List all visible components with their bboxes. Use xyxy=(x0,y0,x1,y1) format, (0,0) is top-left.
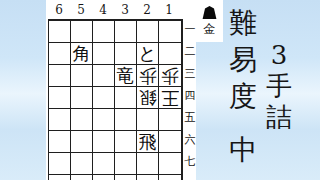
board-panel: 654321 角と竜歩歩銀王飛 一二三四五六七 xyxy=(46,0,196,180)
square-5-2: 角 xyxy=(71,43,93,65)
square-6-8 xyxy=(49,175,71,180)
square-6-3 xyxy=(49,65,71,87)
difficulty-text: 難易度中 xyxy=(227,4,259,168)
square-3-4 xyxy=(115,87,137,109)
shogi-board: 角と竜歩歩銀王飛 xyxy=(48,19,183,180)
rank-label: 五 xyxy=(184,107,196,129)
mate-label-char: 詰 xyxy=(266,102,292,133)
square-3-2 xyxy=(115,43,137,65)
sente-piece-3三: 竜 xyxy=(117,66,135,86)
square-4-6 xyxy=(93,131,115,153)
square-1-6 xyxy=(159,131,181,153)
square-3-5 xyxy=(115,109,137,131)
sente-piece-5二: 角 xyxy=(73,44,91,64)
rank-label: 三 xyxy=(184,63,196,85)
square-3-3: 竜 xyxy=(115,65,137,87)
square-5-8 xyxy=(71,175,93,180)
gote-piece-1四: 王 xyxy=(161,88,179,108)
square-1-7 xyxy=(159,153,181,175)
square-5-6 xyxy=(71,131,93,153)
black-shogi-piece-icon xyxy=(202,6,217,19)
mate-label-char: 手 xyxy=(266,71,292,102)
file-labels: 654321 xyxy=(48,2,180,18)
rank-label: 一 xyxy=(184,19,196,41)
square-1-4: 王 xyxy=(159,87,181,109)
square-1-3: 歩 xyxy=(159,65,181,87)
rank-labels: 一二三四五六七 xyxy=(184,19,196,173)
square-3-7 xyxy=(115,153,137,175)
mate-count-text: 3手詰 xyxy=(263,40,295,133)
file-label: 6 xyxy=(48,2,70,18)
square-2-4: 銀 xyxy=(137,87,159,109)
file-label: 4 xyxy=(92,2,114,18)
square-4-3 xyxy=(93,65,115,87)
mate-label-char: 3 xyxy=(271,40,288,71)
sente-piece-2六: 飛 xyxy=(139,132,157,152)
square-4-4 xyxy=(93,87,115,109)
gote-piece-1三: 歩 xyxy=(161,66,179,86)
difficulty-value: 中 xyxy=(229,131,257,168)
square-4-5 xyxy=(93,109,115,131)
square-1-5 xyxy=(159,109,181,131)
sente-hand-box: 金 xyxy=(196,0,223,42)
square-5-4 xyxy=(71,87,93,109)
square-6-5 xyxy=(49,109,71,131)
tsume-shogi-thumbnail: 654321 角と竜歩歩銀王飛 一二三四五六七 金 難易度中 3手詰 xyxy=(0,0,320,180)
square-4-2 xyxy=(93,43,115,65)
square-3-6 xyxy=(115,131,137,153)
gote-piece-2三: 歩 xyxy=(139,66,157,86)
rank-label: 六 xyxy=(184,129,196,151)
square-5-5 xyxy=(71,109,93,131)
square-1-1 xyxy=(159,21,181,43)
rank-label: 二 xyxy=(184,41,196,63)
square-5-3 xyxy=(71,65,93,87)
sente-piece-2二: と xyxy=(138,44,156,64)
rank-label: 七 xyxy=(184,151,196,173)
file-label: 3 xyxy=(114,2,136,18)
square-2-6: 飛 xyxy=(137,131,159,153)
gote-piece-2四: 銀 xyxy=(139,88,157,108)
square-4-1 xyxy=(93,21,115,43)
square-2-8 xyxy=(137,175,159,180)
square-6-6 xyxy=(49,131,71,153)
difficulty-label-char: 難 xyxy=(229,4,257,41)
square-2-2: と xyxy=(137,43,159,65)
file-label: 5 xyxy=(70,2,92,18)
square-5-1 xyxy=(71,21,93,43)
difficulty-label-char: 度 xyxy=(229,78,257,115)
difficulty-label-char: 易 xyxy=(229,41,257,78)
square-6-1 xyxy=(49,21,71,43)
square-6-7 xyxy=(49,153,71,175)
square-4-7 xyxy=(93,153,115,175)
square-5-7 xyxy=(71,153,93,175)
square-2-3: 歩 xyxy=(137,65,159,87)
square-3-1 xyxy=(115,21,137,43)
file-label: 2 xyxy=(136,2,158,18)
square-1-8 xyxy=(159,175,181,180)
square-4-8 xyxy=(93,175,115,180)
square-2-5 xyxy=(137,109,159,131)
hand-piece-label: 金 xyxy=(204,22,216,36)
square-2-7 xyxy=(137,153,159,175)
file-label: 1 xyxy=(158,2,180,18)
square-6-4 xyxy=(49,87,71,109)
rank-label: 四 xyxy=(184,85,196,107)
square-6-2 xyxy=(49,43,71,65)
square-3-8 xyxy=(115,175,137,180)
square-2-1 xyxy=(137,21,159,43)
square-1-2 xyxy=(159,43,181,65)
